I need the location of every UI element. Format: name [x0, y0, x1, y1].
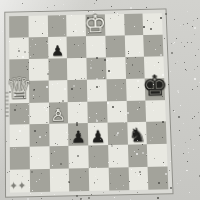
square-h2[interactable] [147, 144, 167, 167]
square-f4[interactable] [107, 100, 127, 123]
chess-board: ♔♟♕♚♙♟♟♞ ✦✦ [4, 8, 173, 197]
square-e2[interactable] [88, 145, 108, 168]
square-h3[interactable] [146, 122, 166, 145]
square-c8[interactable] [47, 15, 66, 37]
board-grid: ♔♟♕♚♙♟♟♞ [9, 13, 168, 192]
board-corner-stamp: ✦✦ [9, 179, 26, 192]
piece-white-pawn[interactable]: ♙ [51, 107, 66, 124]
square-e4[interactable] [87, 101, 107, 124]
square-g1[interactable] [128, 167, 148, 190]
piece-black-knight[interactable]: ♞ [128, 125, 146, 145]
piece-white-queen[interactable]: ♕ [6, 74, 33, 103]
square-d3[interactable]: ♟ [68, 123, 88, 146]
board-margin: ♔♟♕♚♙♟♟♞ ✦✦ [4, 8, 173, 197]
square-e5[interactable] [87, 79, 107, 101]
square-a4[interactable] [10, 102, 30, 125]
piece-black-pawn[interactable]: ♟ [51, 44, 64, 58]
square-g7[interactable] [124, 35, 144, 57]
square-a7[interactable] [9, 37, 28, 59]
square-d1[interactable] [69, 168, 89, 191]
square-h4[interactable] [146, 100, 166, 123]
square-b1[interactable] [30, 169, 50, 192]
square-f2[interactable] [108, 145, 128, 168]
square-a5[interactable]: ♕ [9, 81, 29, 103]
square-d2[interactable] [69, 146, 89, 169]
square-c4[interactable]: ♙ [48, 102, 68, 125]
square-e7[interactable] [86, 36, 106, 58]
square-f8[interactable] [105, 14, 125, 36]
square-d7[interactable] [67, 36, 87, 58]
square-g3[interactable]: ♞ [127, 122, 147, 145]
chessboard-photo: ♔♟♕♚♙♟♟♞ ✦✦ [0, 0, 200, 200]
square-a2[interactable] [10, 147, 30, 170]
square-c6[interactable] [48, 58, 68, 80]
square-c5[interactable] [48, 80, 68, 102]
square-c7[interactable]: ♟ [48, 36, 68, 58]
square-h7[interactable] [143, 35, 163, 57]
piece-white-king[interactable]: ♔ [84, 11, 107, 36]
square-e3[interactable]: ♟ [88, 123, 108, 146]
square-d5[interactable] [68, 79, 88, 101]
square-d6[interactable] [67, 58, 87, 80]
square-f1[interactable] [108, 167, 128, 190]
square-e6[interactable] [86, 57, 106, 79]
piece-black-pawn[interactable]: ♟ [90, 129, 105, 146]
square-a8[interactable] [9, 16, 28, 38]
square-f7[interactable] [105, 35, 125, 57]
square-a3[interactable] [10, 125, 30, 148]
square-g8[interactable] [124, 14, 144, 36]
square-b4[interactable] [29, 102, 49, 125]
square-h1[interactable] [148, 167, 169, 190]
square-b8[interactable] [28, 16, 47, 38]
square-d4[interactable] [68, 101, 88, 124]
square-b2[interactable] [29, 147, 49, 170]
square-b7[interactable] [28, 37, 47, 59]
square-e8[interactable]: ♔ [86, 14, 106, 36]
square-b3[interactable] [29, 124, 49, 147]
square-c2[interactable] [49, 146, 69, 169]
square-e1[interactable] [89, 168, 109, 191]
piece-black-pawn[interactable]: ♟ [71, 129, 86, 146]
square-g2[interactable] [127, 144, 147, 167]
square-h8[interactable] [143, 13, 163, 35]
square-f3[interactable] [107, 123, 127, 146]
square-h5[interactable]: ♚ [145, 78, 165, 100]
square-f6[interactable] [106, 57, 126, 79]
square-c1[interactable] [49, 169, 69, 192]
piece-black-king[interactable]: ♚ [141, 71, 168, 100]
square-g4[interactable] [126, 100, 146, 123]
square-c3[interactable] [49, 124, 69, 147]
square-f5[interactable] [106, 79, 126, 101]
